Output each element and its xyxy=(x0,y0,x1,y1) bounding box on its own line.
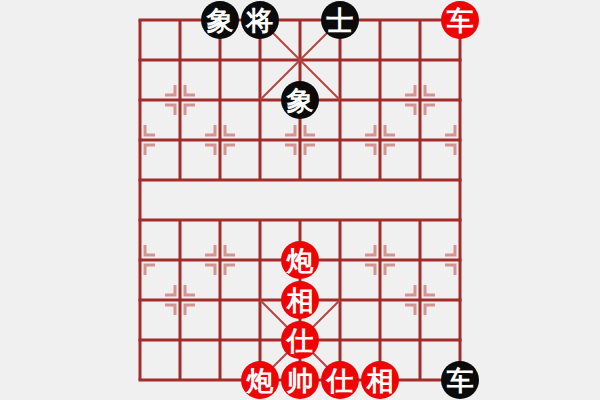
piece-black-advisor[interactable]: 士 xyxy=(321,1,359,39)
piece-red-advisor[interactable]: 仕 xyxy=(321,361,359,399)
xiangqi-diagram-page: { "game": "xiangqi", "position": { "fen"… xyxy=(0,0,600,400)
piece-red-cannon[interactable]: 炮 xyxy=(281,241,319,279)
piece-black-elephant[interactable]: 象 xyxy=(281,81,319,119)
xiangqi-board[interactable]: 象将士车象炮相仕炮帅仕相车 xyxy=(0,0,600,400)
piece-red-chariot[interactable]: 车 xyxy=(441,1,479,39)
piece-red-elephant[interactable]: 相 xyxy=(281,281,319,319)
piece-red-general[interactable]: 帅 xyxy=(281,361,319,399)
piece-black-general[interactable]: 将 xyxy=(241,1,279,39)
piece-red-cannon[interactable]: 炮 xyxy=(241,361,279,399)
piece-red-advisor[interactable]: 仕 xyxy=(281,321,319,359)
piece-red-elephant[interactable]: 相 xyxy=(361,361,399,399)
piece-black-chariot[interactable]: 车 xyxy=(441,361,479,399)
piece-black-elephant[interactable]: 象 xyxy=(201,1,239,39)
